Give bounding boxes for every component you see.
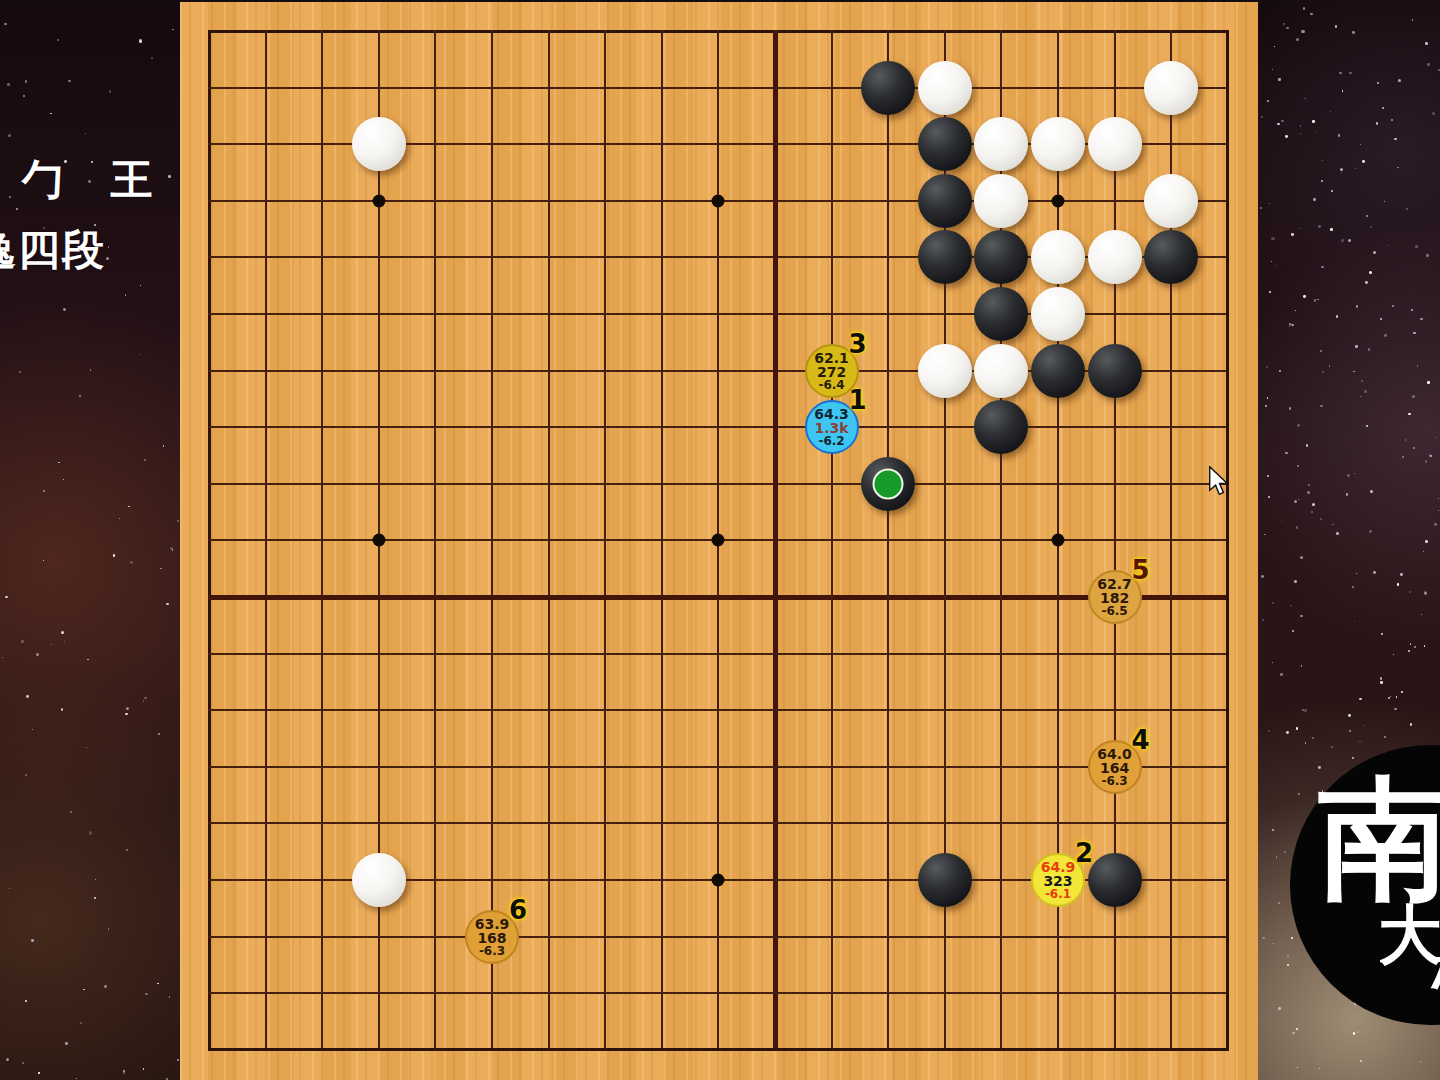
star-dot [1401, 691, 1404, 694]
go-board[interactable]: 64.31.3k-6.2164.9323-6.1262.1272-6.4364.… [180, 2, 1258, 1080]
candidate-winrate: 64.9 [1041, 860, 1076, 874]
stone-black [918, 230, 972, 284]
star-dot [1340, 168, 1343, 171]
star-dot [25, 774, 26, 775]
star-dot [1398, 79, 1401, 82]
candidate-move-6[interactable]: 63.9168-6.36 [465, 910, 519, 964]
star-dot [1272, 829, 1274, 831]
star-dot [1279, 370, 1281, 372]
star-dot [1377, 82, 1379, 84]
star-dot [1438, 510, 1439, 511]
star-dot [89, 831, 92, 834]
star-dot [1300, 556, 1303, 559]
star-dot [1355, 168, 1356, 169]
star-dot [1291, 324, 1293, 326]
stone-white [1088, 230, 1142, 284]
star-dot [1307, 491, 1310, 494]
star-dot [23, 95, 25, 97]
stone-black [918, 174, 972, 228]
star-dot [1267, 100, 1269, 102]
star-dot [63, 308, 66, 311]
channel-logo: 南 大 棋 [1290, 745, 1440, 1025]
star-dot [9, 888, 10, 889]
star-dot [1346, 493, 1348, 495]
star-dot [109, 90, 112, 93]
star-dot [1397, 583, 1399, 585]
star-dot [1284, 851, 1286, 853]
star-dot [1296, 526, 1298, 528]
stone-black [974, 287, 1028, 341]
stone-black [918, 853, 972, 907]
star-dot [1272, 69, 1273, 70]
star-dot [1274, 46, 1275, 47]
player-name: 勹 王 [0, 152, 174, 208]
star-dot [1297, 465, 1299, 467]
stone-white [1031, 230, 1085, 284]
star-dot [1280, 673, 1282, 675]
candidate-move-4[interactable]: 64.0164-6.34 [1088, 740, 1142, 794]
star-dot [1294, 580, 1297, 583]
star-dot [1376, 122, 1378, 124]
star-dot [1370, 490, 1373, 493]
star-dot [1330, 228, 1333, 231]
star-dot [38, 1072, 40, 1074]
hoshi-point [1052, 534, 1065, 547]
candidate-winrate: 64.0 [1097, 747, 1132, 761]
star-dot [1365, 281, 1368, 284]
star-dot [1394, 708, 1397, 711]
star-dot [1298, 499, 1299, 500]
star-dot [1348, 239, 1351, 242]
star-dot [68, 80, 70, 82]
star-dot [25, 1000, 27, 1002]
star-dot [1413, 332, 1416, 335]
star-dot [125, 713, 127, 715]
hoshi-point [712, 534, 725, 547]
star-dot [1427, 63, 1430, 66]
candidate-rank-badge: 4 [1132, 727, 1150, 753]
star-dot [1432, 112, 1435, 115]
candidate-move-3[interactable]: 62.1272-6.43 [805, 344, 859, 398]
grid-line-horizontal [208, 992, 1230, 994]
star-dot [1359, 698, 1362, 701]
star-dot [1384, 201, 1385, 202]
grid-line-horizontal [208, 653, 1230, 655]
star-dot [1303, 295, 1306, 298]
stone-white [974, 174, 1028, 228]
star-dot [104, 985, 107, 988]
star-dot [1355, 345, 1358, 348]
star-dot [51, 644, 52, 645]
star-dot [1373, 571, 1376, 574]
star-dot [1261, 116, 1263, 118]
star-dot [1318, 225, 1321, 228]
star-dot [1366, 215, 1368, 217]
star-dot [163, 445, 165, 447]
candidate-score: -6.3 [1101, 775, 1127, 787]
star-dot [1425, 540, 1428, 543]
star-dot [1262, 619, 1264, 621]
star-dot [1420, 318, 1422, 320]
candidate-score: -6.5 [1101, 605, 1127, 617]
candidate-winrate: 62.1 [814, 351, 849, 365]
star-dot [1400, 573, 1403, 576]
star-dot [1302, 709, 1304, 711]
star-dot [1285, 135, 1288, 138]
star-dot [1336, 315, 1338, 317]
star-dot [1354, 473, 1355, 474]
stone-black [1088, 853, 1142, 907]
star-dot [1289, 323, 1291, 325]
star-dot [1366, 425, 1368, 427]
star-dot [160, 568, 161, 569]
star-dot [1370, 226, 1372, 228]
star-dot [21, 640, 24, 643]
stone-white [1144, 174, 1198, 228]
stone-white [1088, 117, 1142, 171]
star-dot [1273, 943, 1274, 944]
star-dot [7, 83, 10, 86]
star-dot [1429, 454, 1432, 457]
star-dot [1296, 727, 1299, 730]
star-dot [86, 747, 87, 748]
logo-character-sub: 大 [1378, 903, 1440, 967]
star-dot [1296, 38, 1299, 41]
star-dot [1426, 254, 1428, 256]
star-dot [1438, 498, 1439, 499]
grid-line-vertical [887, 30, 889, 1052]
star-dot [1267, 397, 1269, 399]
star-dot [90, 369, 92, 371]
star-dot [1285, 452, 1288, 455]
star-dot [63, 479, 64, 480]
star-dot [1423, 551, 1424, 552]
star-dot [1320, 405, 1322, 407]
star-dot [1321, 180, 1323, 182]
star-dot [1301, 30, 1304, 33]
star-dot [166, 603, 169, 606]
star-dot [1268, 730, 1270, 732]
star-dot [1356, 573, 1357, 574]
star-dot [1409, 591, 1411, 593]
star-dot [1391, 119, 1393, 121]
star-dot [1266, 366, 1268, 368]
star-dot [57, 39, 58, 40]
star-dot [1342, 90, 1344, 92]
star-dot [1417, 365, 1419, 367]
hoshi-point [712, 194, 725, 207]
player-rank: 逸四段 [0, 222, 174, 278]
star-dot [1312, 120, 1315, 123]
star-dot [151, 57, 153, 59]
star-dot [1304, 709, 1306, 711]
candidate-visits: 182 [1100, 591, 1129, 605]
star-dot [1294, 500, 1297, 503]
candidate-score: -6.4 [818, 379, 844, 391]
grid-line-horizontal [208, 595, 1230, 600]
star-dot [1331, 746, 1333, 748]
star-dot [43, 490, 45, 492]
star-dot [143, 700, 145, 702]
star-dot [1304, 98, 1305, 99]
star-dot [1297, 1067, 1298, 1068]
star-dot [1368, 348, 1371, 351]
star-dot [1414, 646, 1416, 648]
star-dot [1434, 523, 1437, 526]
star-dot [1341, 172, 1342, 173]
star-dot [1347, 474, 1350, 477]
star-dot [145, 993, 147, 995]
star-dot [1349, 730, 1351, 732]
grid-line-horizontal [208, 822, 1230, 824]
candidate-rank-badge: 3 [849, 331, 867, 357]
star-dot [1262, 937, 1265, 940]
star-dot [177, 520, 179, 522]
star-dot [1380, 677, 1383, 680]
star-dot [1297, 424, 1300, 427]
star-dot [87, 659, 89, 661]
candidate-move-5[interactable]: 62.7182-6.55 [1088, 570, 1142, 624]
stone-black [974, 230, 1028, 284]
star-dot [79, 395, 81, 397]
star-dot [36, 653, 39, 656]
star-dot [1289, 325, 1291, 327]
star-dot [1430, 455, 1432, 457]
star-dot [1359, 741, 1361, 743]
star-dot [1322, 160, 1323, 161]
star-dot [1282, 521, 1283, 522]
star-dot [123, 1070, 125, 1072]
star-dot [1388, 697, 1390, 699]
star-dot [1300, 615, 1303, 618]
star-dot [1353, 1032, 1356, 1035]
grid-line-horizontal [208, 766, 1230, 768]
star-dot [1269, 203, 1270, 204]
candidate-move-2[interactable]: 64.9323-6.12 [1031, 853, 1085, 907]
star-dot [1278, 1007, 1281, 1010]
star-dot [1411, 309, 1413, 311]
star-dot [1336, 532, 1339, 535]
star-dot [139, 39, 142, 42]
star-dot [19, 371, 21, 373]
mouse-cursor [1208, 466, 1230, 496]
star-dot [1308, 484, 1310, 486]
star-dot [1292, 630, 1294, 632]
star-dot [32, 729, 33, 730]
star-dot [1278, 78, 1281, 81]
board-grid: 64.31.3k-6.2164.9323-6.1262.1272-6.4364.… [180, 2, 1258, 1080]
star-dot [126, 849, 129, 852]
star-dot [1387, 245, 1388, 246]
player-info: 勹 王 逸四段 [0, 152, 174, 278]
star-dot [1305, 742, 1307, 744]
candidate-winrate: 62.7 [1097, 577, 1132, 591]
star-dot [1425, 460, 1427, 462]
star-dot [1335, 25, 1338, 28]
star-dot [1352, 757, 1354, 759]
star-dot [1320, 350, 1322, 352]
star-dot [1287, 955, 1289, 957]
star-dot [144, 459, 146, 461]
star-dot [1298, 793, 1300, 795]
star-dot [170, 547, 173, 550]
hoshi-point [712, 874, 725, 887]
star-dot [1354, 621, 1355, 622]
star-dot [5, 596, 7, 598]
star-dot [1421, 614, 1422, 615]
star-dot [1271, 261, 1272, 262]
logo-character-main: 南 [1318, 773, 1440, 905]
star-dot [1291, 937, 1292, 938]
star-dot [1312, 503, 1315, 506]
star-dot [1260, 207, 1262, 209]
last-move-marker [873, 468, 904, 499]
star-dot [1265, 405, 1268, 408]
star-dot [1394, 138, 1396, 140]
star-dot [1384, 334, 1387, 337]
star-dot [25, 80, 27, 82]
star-dot [1408, 413, 1411, 416]
star-dot [1290, 605, 1291, 606]
star-dot [1313, 198, 1316, 201]
star-dot [80, 1022, 82, 1024]
candidate-rank-badge: 6 [509, 897, 527, 923]
star-dot [1412, 19, 1414, 21]
star-dot [65, 1042, 68, 1045]
stone-black [918, 117, 972, 171]
star-dot [1321, 266, 1324, 269]
star-dot [144, 697, 147, 700]
stone-black [1088, 344, 1142, 398]
star-dot [1295, 310, 1296, 311]
star-dot [1425, 42, 1428, 45]
star-dot [1300, 125, 1301, 126]
star-dot [1415, 245, 1417, 247]
star-dot [4, 23, 6, 25]
star-dot [123, 1072, 125, 1074]
candidate-move-1[interactable]: 64.31.3k-6.21 [805, 400, 859, 454]
star-dot [1363, 725, 1365, 727]
grid-line-horizontal [208, 709, 1230, 711]
star-dot [26, 695, 29, 698]
star-dot [1353, 371, 1354, 372]
star-dot [1264, 534, 1265, 535]
star-dot [1412, 395, 1415, 398]
star-dot [50, 113, 51, 114]
stone-white [918, 344, 972, 398]
star-dot [172, 29, 173, 30]
star-dot [1352, 31, 1355, 34]
hoshi-point [1052, 194, 1065, 207]
star-dot [1300, 228, 1301, 229]
star-dot [1392, 305, 1394, 307]
star-dot [1348, 714, 1351, 717]
star-dot [1382, 107, 1384, 109]
star-dot [1276, 265, 1277, 266]
star-dot [1278, 902, 1280, 904]
star-dot [1300, 133, 1301, 134]
star-dot [1352, 586, 1354, 588]
star-dot [1397, 167, 1398, 168]
star-dot [1396, 696, 1397, 697]
star-dot [1435, 437, 1436, 438]
star-dot [58, 462, 59, 463]
candidate-visits: 272 [817, 365, 846, 379]
star-dot [61, 708, 63, 710]
grid-line-vertical [773, 30, 778, 1052]
star-dot [126, 707, 129, 710]
star-dot [85, 133, 87, 135]
star-dot [1261, 575, 1264, 578]
star-dot [31, 939, 34, 942]
star-dot [1320, 518, 1322, 520]
star-dot [130, 561, 133, 564]
star-dot [1303, 7, 1305, 9]
star-dot [70, 811, 72, 813]
star-dot [125, 294, 127, 296]
hoshi-point [372, 534, 385, 547]
candidate-score: -6.1 [1045, 888, 1071, 900]
stone-white [974, 344, 1028, 398]
star-dot [1357, 1031, 1359, 1033]
star-dot [1329, 365, 1330, 366]
star-dot [1341, 239, 1343, 241]
star-dot [1332, 524, 1334, 526]
star-dot [1271, 237, 1274, 240]
star-dot [6, 1058, 9, 1061]
star-dot [128, 506, 129, 507]
candidate-score: -6.3 [479, 945, 505, 957]
star-dot [1408, 650, 1410, 652]
star-dot [108, 928, 109, 929]
star-dot [1369, 271, 1372, 274]
star-dot [1369, 530, 1372, 533]
star-dot [1364, 390, 1367, 393]
star-dot [1424, 645, 1425, 646]
grid-line-vertical [831, 30, 833, 1052]
star-dot [1287, 964, 1289, 966]
stone-white [1031, 287, 1085, 341]
star-dot [76, 1078, 77, 1079]
star-dot [1314, 299, 1317, 302]
star-dot [1356, 305, 1359, 308]
star-dot [119, 518, 120, 519]
star-dot [158, 733, 160, 735]
star-dot [8, 134, 11, 137]
star-dot [1268, 496, 1270, 498]
star-dot [1330, 111, 1331, 112]
star-dot [64, 641, 66, 643]
star-dot [1281, 120, 1283, 122]
star-dot [1317, 299, 1318, 300]
grid-line-horizontal [208, 1048, 1230, 1051]
star-dot [143, 1068, 145, 1070]
star-dot [1292, 1032, 1295, 1035]
star-dot [1276, 856, 1278, 858]
star-dot [1360, 1060, 1362, 1062]
candidate-rank-badge: 5 [1132, 557, 1150, 583]
star-dot [1311, 511, 1313, 513]
star-dot [1373, 251, 1376, 254]
star-dot [83, 989, 85, 991]
stone-white [352, 853, 406, 907]
candidate-visits: 1.3k [815, 421, 849, 435]
stone-white [1031, 117, 1085, 171]
star-dot [172, 549, 173, 550]
star-dot [1362, 160, 1365, 163]
star-dot [1286, 731, 1289, 734]
star-dot [1424, 591, 1427, 594]
